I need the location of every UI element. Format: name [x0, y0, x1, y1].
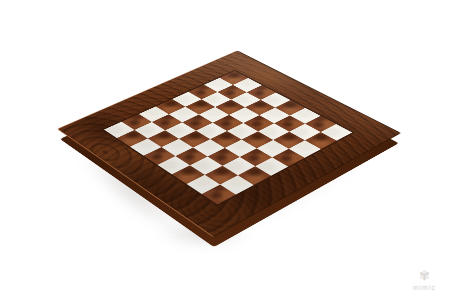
chess-board [57, 51, 401, 238]
watermark: ✾ mimic [413, 269, 436, 291]
chessboard-product-photo: ✾ mimic [0, 0, 450, 302]
watermark-text: mimic [413, 284, 436, 291]
watermark-logo-icon: ✾ [413, 269, 436, 282]
board-wrapper [101, 5, 353, 257]
